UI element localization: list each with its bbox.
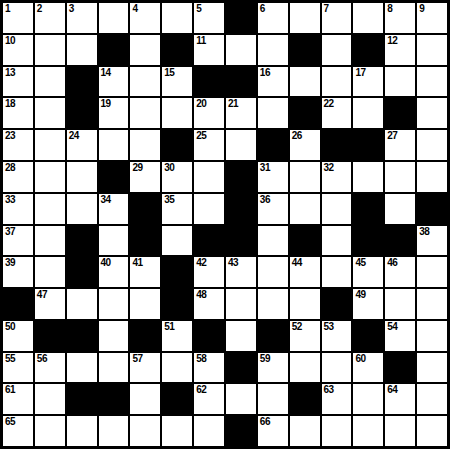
cell-r11c14[interactable] xyxy=(417,321,447,351)
cell-r5c8[interactable] xyxy=(226,130,256,160)
cell-r7c7[interactable] xyxy=(194,194,224,224)
clue-number: 27 xyxy=(387,130,397,142)
cell-r4c1[interactable]: 18 xyxy=(3,98,33,128)
cell-r13c9[interactable] xyxy=(258,384,288,414)
cell-r4c9[interactable] xyxy=(258,98,288,128)
cell-r5c7[interactable]: 25 xyxy=(194,130,224,160)
cell-r9c7[interactable]: 42 xyxy=(194,257,224,287)
cell-r7c11[interactable] xyxy=(322,194,352,224)
clue-number: 12 xyxy=(387,35,397,47)
cell-r2c7[interactable]: 11 xyxy=(194,35,224,65)
cell-r4c11[interactable]: 22 xyxy=(322,98,352,128)
cell-r9c11[interactable] xyxy=(322,257,352,287)
black-cell-r2c4 xyxy=(99,35,129,65)
cell-r1c12[interactable] xyxy=(353,3,383,33)
black-cell-r5c9 xyxy=(258,130,288,160)
black-cell-r4c10 xyxy=(290,98,320,128)
clue-number: 57 xyxy=(132,353,142,365)
clue-number: 50 xyxy=(5,321,15,333)
clue-number: 13 xyxy=(5,67,15,79)
black-cell-r7c5 xyxy=(130,194,160,224)
cell-r4c4[interactable]: 19 xyxy=(99,98,129,128)
cell-r3c2[interactable] xyxy=(35,67,65,97)
black-cell-r3c3 xyxy=(67,67,97,97)
clue-number: 34 xyxy=(101,194,111,206)
cell-r10c5[interactable] xyxy=(130,289,160,319)
cell-r12c6[interactable] xyxy=(162,353,192,383)
cell-r2c11[interactable] xyxy=(322,35,352,65)
black-cell-r9c3 xyxy=(67,257,97,287)
black-cell-r2c12 xyxy=(353,35,383,65)
cell-r9c2[interactable] xyxy=(35,257,65,287)
cell-r12c10[interactable] xyxy=(290,353,320,383)
cell-r1c7[interactable]: 5 xyxy=(194,3,224,33)
clue-number: 23 xyxy=(5,130,15,142)
crossword-grid: 1234567891011121314151617181920212223242… xyxy=(0,0,450,449)
cell-r5c10[interactable]: 26 xyxy=(290,130,320,160)
clue-number: 37 xyxy=(5,226,15,238)
black-cell-r11c3 xyxy=(67,321,97,351)
black-cell-r3c8 xyxy=(226,67,256,97)
clue-number: 22 xyxy=(324,98,334,110)
cell-r6c2[interactable] xyxy=(35,162,65,192)
cell-r8c11[interactable] xyxy=(322,226,352,256)
cell-r9c8[interactable]: 43 xyxy=(226,257,256,287)
cell-r2c13[interactable]: 12 xyxy=(385,35,415,65)
clue-number: 11 xyxy=(196,35,206,47)
black-cell-r8c7 xyxy=(194,226,224,256)
clue-number: 10 xyxy=(5,35,15,47)
cell-r1c4[interactable] xyxy=(99,3,129,33)
cell-r9c12[interactable]: 45 xyxy=(353,257,383,287)
clue-number: 51 xyxy=(164,321,174,333)
clue-number: 14 xyxy=(101,67,111,79)
clue-number: 5 xyxy=(196,3,201,15)
cell-r5c5[interactable] xyxy=(130,130,160,160)
black-cell-r8c8 xyxy=(226,226,256,256)
cell-r3c13[interactable] xyxy=(385,67,415,97)
cell-r6c9[interactable]: 31 xyxy=(258,162,288,192)
cell-r11c4[interactable] xyxy=(99,321,129,351)
cell-r5c14[interactable] xyxy=(417,130,447,160)
cell-r1c3[interactable]: 3 xyxy=(67,3,97,33)
black-cell-r6c4 xyxy=(99,162,129,192)
black-cell-r11c5 xyxy=(130,321,160,351)
black-cell-r14c8 xyxy=(226,416,256,446)
clue-number: 48 xyxy=(196,289,206,301)
black-cell-r8c13 xyxy=(385,226,415,256)
cell-r6c11[interactable]: 32 xyxy=(322,162,352,192)
cell-r9c9[interactable] xyxy=(258,257,288,287)
clue-number: 64 xyxy=(387,384,397,396)
cell-r13c7[interactable]: 62 xyxy=(194,384,224,414)
clue-number: 55 xyxy=(5,353,15,365)
clue-number: 45 xyxy=(355,257,365,269)
clue-number: 60 xyxy=(355,353,365,365)
clue-number: 39 xyxy=(5,257,15,269)
clue-number: 18 xyxy=(5,98,15,110)
cell-r3c6[interactable]: 15 xyxy=(162,67,192,97)
clue-number: 54 xyxy=(387,321,397,333)
black-cell-r12c8 xyxy=(226,353,256,383)
black-cell-r10c6 xyxy=(162,289,192,319)
cell-r11c1[interactable]: 50 xyxy=(3,321,33,351)
clue-number: 52 xyxy=(292,321,302,333)
clue-number: 66 xyxy=(260,416,270,428)
clue-number: 40 xyxy=(101,257,111,269)
cell-r7c3[interactable] xyxy=(67,194,97,224)
black-cell-r1c8 xyxy=(226,3,256,33)
cell-r14c14[interactable] xyxy=(417,416,447,446)
cell-r13c13[interactable]: 64 xyxy=(385,384,415,414)
cell-r13c2[interactable] xyxy=(35,384,65,414)
black-cell-r2c6 xyxy=(162,35,192,65)
clue-number: 2 xyxy=(37,3,42,15)
clue-number: 42 xyxy=(196,257,206,269)
cell-r8c9[interactable] xyxy=(258,226,288,256)
cell-r12c7[interactable]: 58 xyxy=(194,353,224,383)
cell-r4c12[interactable] xyxy=(353,98,383,128)
black-cell-r13c3 xyxy=(67,384,97,414)
black-cell-r13c10 xyxy=(290,384,320,414)
cell-r13c12[interactable] xyxy=(353,384,383,414)
black-cell-r7c14 xyxy=(417,194,447,224)
clue-number: 36 xyxy=(260,194,270,206)
clue-number: 3 xyxy=(69,3,74,15)
cell-r14c1[interactable]: 65 xyxy=(3,416,33,446)
black-cell-r4c13 xyxy=(385,98,415,128)
clue-number: 43 xyxy=(228,257,238,269)
cell-r1c6[interactable] xyxy=(162,3,192,33)
cell-r1c14[interactable]: 9 xyxy=(417,3,447,33)
clue-number: 44 xyxy=(292,257,302,269)
cell-r10c10[interactable] xyxy=(290,289,320,319)
cell-r1c1[interactable]: 1 xyxy=(3,3,33,33)
cell-r1c10[interactable] xyxy=(290,3,320,33)
clue-number: 28 xyxy=(5,162,15,174)
cell-r1c9[interactable]: 6 xyxy=(258,3,288,33)
clue-number: 35 xyxy=(164,194,174,206)
cell-r6c13[interactable] xyxy=(385,162,415,192)
cell-r1c11[interactable]: 7 xyxy=(322,3,352,33)
clue-number: 4 xyxy=(132,3,137,15)
cell-r2c8[interactable] xyxy=(226,35,256,65)
cell-r4c8[interactable]: 21 xyxy=(226,98,256,128)
clue-number: 1 xyxy=(5,3,10,15)
black-cell-r8c5 xyxy=(130,226,160,256)
clue-number: 17 xyxy=(355,67,365,79)
cell-r13c11[interactable]: 63 xyxy=(322,384,352,414)
cell-r14c6[interactable] xyxy=(162,416,192,446)
cell-r11c11[interactable]: 53 xyxy=(322,321,352,351)
cell-r11c6[interactable]: 51 xyxy=(162,321,192,351)
cell-r5c1[interactable]: 23 xyxy=(3,130,33,160)
cell-r2c1[interactable]: 10 xyxy=(3,35,33,65)
cell-r3c5[interactable] xyxy=(130,67,160,97)
clue-number: 62 xyxy=(196,384,206,396)
cell-r6c1[interactable]: 28 xyxy=(3,162,33,192)
cell-r4c14[interactable] xyxy=(417,98,447,128)
cell-r7c1[interactable]: 33 xyxy=(3,194,33,224)
cell-r9c4[interactable]: 40 xyxy=(99,257,129,287)
cell-r10c9[interactable] xyxy=(258,289,288,319)
cell-r6c3[interactable] xyxy=(67,162,97,192)
cell-r2c2[interactable] xyxy=(35,35,65,65)
cell-r3c9[interactable]: 16 xyxy=(258,67,288,97)
black-cell-r6c8 xyxy=(226,162,256,192)
black-cell-r11c7 xyxy=(194,321,224,351)
cell-r7c13[interactable] xyxy=(385,194,415,224)
cell-r5c2[interactable] xyxy=(35,130,65,160)
cell-r5c3[interactable]: 24 xyxy=(67,130,97,160)
cell-r2c14[interactable] xyxy=(417,35,447,65)
cell-r10c13[interactable] xyxy=(385,289,415,319)
cell-r9c13[interactable]: 46 xyxy=(385,257,415,287)
cell-r6c6[interactable]: 30 xyxy=(162,162,192,192)
cell-r9c10[interactable]: 44 xyxy=(290,257,320,287)
clue-number: 65 xyxy=(5,416,15,428)
cell-r9c5[interactable]: 41 xyxy=(130,257,160,287)
cell-r12c12[interactable]: 60 xyxy=(353,353,383,383)
black-cell-r5c12 xyxy=(353,130,383,160)
cell-r6c12[interactable] xyxy=(353,162,383,192)
cell-r14c5[interactable] xyxy=(130,416,160,446)
black-cell-r7c8 xyxy=(226,194,256,224)
cell-r10c4[interactable] xyxy=(99,289,129,319)
cell-r14c4[interactable] xyxy=(99,416,129,446)
cell-r14c12[interactable] xyxy=(353,416,383,446)
black-cell-r7c12 xyxy=(353,194,383,224)
clue-number: 33 xyxy=(5,194,15,206)
cell-r12c14[interactable] xyxy=(417,353,447,383)
cell-r3c1[interactable]: 13 xyxy=(3,67,33,97)
black-cell-r5c11 xyxy=(322,130,352,160)
black-cell-r8c10 xyxy=(290,226,320,256)
cell-r12c5[interactable]: 57 xyxy=(130,353,160,383)
black-cell-r3c7 xyxy=(194,67,224,97)
cell-r1c13[interactable]: 8 xyxy=(385,3,415,33)
black-cell-r5c6 xyxy=(162,130,192,160)
cell-r3c10[interactable] xyxy=(290,67,320,97)
cell-r12c3[interactable] xyxy=(67,353,97,383)
clue-number: 16 xyxy=(260,67,270,79)
black-cell-r4c3 xyxy=(67,98,97,128)
clue-number: 7 xyxy=(324,3,329,15)
cell-r7c2[interactable] xyxy=(35,194,65,224)
cell-r6c7[interactable] xyxy=(194,162,224,192)
clue-number: 32 xyxy=(324,162,334,174)
clue-number: 41 xyxy=(132,257,142,269)
clue-number: 56 xyxy=(37,353,47,365)
clue-number: 30 xyxy=(164,162,174,174)
cell-r7c10[interactable] xyxy=(290,194,320,224)
cell-r3c4[interactable]: 14 xyxy=(99,67,129,97)
black-cell-r10c11 xyxy=(322,289,352,319)
clue-number: 15 xyxy=(164,67,174,79)
cell-r6c5[interactable]: 29 xyxy=(130,162,160,192)
cell-r9c1[interactable]: 39 xyxy=(3,257,33,287)
black-cell-r13c4 xyxy=(99,384,129,414)
cell-r6c10[interactable] xyxy=(290,162,320,192)
clue-number: 25 xyxy=(196,130,206,142)
cell-r12c4[interactable] xyxy=(99,353,129,383)
cell-r10c7[interactable]: 48 xyxy=(194,289,224,319)
clue-number: 26 xyxy=(292,130,302,142)
cell-r4c5[interactable] xyxy=(130,98,160,128)
cell-r13c8[interactable] xyxy=(226,384,256,414)
cell-r12c11[interactable] xyxy=(322,353,352,383)
cell-r7c4[interactable]: 34 xyxy=(99,194,129,224)
cell-r14c13[interactable] xyxy=(385,416,415,446)
cell-r11c8[interactable] xyxy=(226,321,256,351)
black-cell-r11c12 xyxy=(353,321,383,351)
cell-r8c6[interactable] xyxy=(162,226,192,256)
clue-number: 53 xyxy=(324,321,334,333)
black-cell-r8c12 xyxy=(353,226,383,256)
cell-r12c2[interactable]: 56 xyxy=(35,353,65,383)
clue-number: 29 xyxy=(132,162,142,174)
cell-r3c12[interactable]: 17 xyxy=(353,67,383,97)
clue-number: 58 xyxy=(196,353,206,365)
cell-r4c7[interactable]: 20 xyxy=(194,98,224,128)
black-cell-r2c10 xyxy=(290,35,320,65)
cell-r9c14[interactable] xyxy=(417,257,447,287)
cell-r5c13[interactable]: 27 xyxy=(385,130,415,160)
black-cell-r11c9 xyxy=(258,321,288,351)
clue-number: 8 xyxy=(387,3,392,15)
cell-r12c9[interactable]: 59 xyxy=(258,353,288,383)
clue-number: 31 xyxy=(260,162,270,174)
cell-r10c2[interactable]: 47 xyxy=(35,289,65,319)
cell-r10c12[interactable]: 49 xyxy=(353,289,383,319)
cell-r8c4[interactable] xyxy=(99,226,129,256)
clue-number: 6 xyxy=(260,3,265,15)
cell-r7c9[interactable]: 36 xyxy=(258,194,288,224)
cell-r14c9[interactable]: 66 xyxy=(258,416,288,446)
cell-r13c14[interactable] xyxy=(417,384,447,414)
cell-r14c10[interactable] xyxy=(290,416,320,446)
cell-r10c8[interactable] xyxy=(226,289,256,319)
cell-r8c2[interactable] xyxy=(35,226,65,256)
cell-r4c6[interactable] xyxy=(162,98,192,128)
cell-r1c2[interactable]: 2 xyxy=(35,3,65,33)
clue-number: 63 xyxy=(324,384,334,396)
crossword-puzzle: 1234567891011121314151617181920212223242… xyxy=(0,0,450,449)
clue-number: 46 xyxy=(387,257,397,269)
cell-r1c5[interactable]: 4 xyxy=(130,3,160,33)
clue-number: 19 xyxy=(101,98,111,110)
black-cell-r8c3 xyxy=(67,226,97,256)
cell-r3c14[interactable] xyxy=(417,67,447,97)
cell-r2c3[interactable] xyxy=(67,35,97,65)
cell-r14c7[interactable] xyxy=(194,416,224,446)
clue-number: 9 xyxy=(419,3,424,15)
clue-number: 61 xyxy=(5,384,15,396)
black-cell-r9c6 xyxy=(162,257,192,287)
clue-number: 21 xyxy=(228,98,238,110)
clue-number: 49 xyxy=(355,289,365,301)
cell-r12c1[interactable]: 55 xyxy=(3,353,33,383)
cell-r11c13[interactable]: 54 xyxy=(385,321,415,351)
cell-r6c14[interactable] xyxy=(417,162,447,192)
cell-r3c11[interactable] xyxy=(322,67,352,97)
black-cell-r12c13 xyxy=(385,353,415,383)
clue-number: 47 xyxy=(37,289,47,301)
black-cell-r10c1 xyxy=(3,289,33,319)
cell-r8c1[interactable]: 37 xyxy=(3,226,33,256)
clue-number: 20 xyxy=(196,98,206,110)
cell-r14c2[interactable] xyxy=(35,416,65,446)
clue-number: 38 xyxy=(419,226,429,238)
cell-r7c6[interactable]: 35 xyxy=(162,194,192,224)
black-cell-r13c6 xyxy=(162,384,192,414)
cell-r13c1[interactable]: 61 xyxy=(3,384,33,414)
cell-r10c3[interactable] xyxy=(67,289,97,319)
cell-r2c5[interactable] xyxy=(130,35,160,65)
cell-r13c5[interactable] xyxy=(130,384,160,414)
black-cell-r11c2 xyxy=(35,321,65,351)
cell-r11c10[interactable]: 52 xyxy=(290,321,320,351)
cell-r2c9[interactable] xyxy=(258,35,288,65)
cell-r14c11[interactable] xyxy=(322,416,352,446)
clue-number: 24 xyxy=(69,130,79,142)
clue-number: 59 xyxy=(260,353,270,365)
cell-r14c3[interactable] xyxy=(67,416,97,446)
cell-r4c2[interactable] xyxy=(35,98,65,128)
cell-r10c14[interactable] xyxy=(417,289,447,319)
cell-r8c14[interactable]: 38 xyxy=(417,226,447,256)
cell-r5c4[interactable] xyxy=(99,130,129,160)
